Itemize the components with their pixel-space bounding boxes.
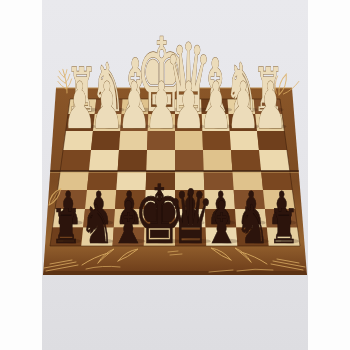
square-a4[interactable] bbox=[259, 150, 290, 171]
square-h4[interactable] bbox=[60, 150, 91, 171]
square-g4[interactable] bbox=[89, 150, 119, 171]
chessboard: ♜♞♝♚♛♝♞♜♟♟♟♟♟♟♟♟♟♟♟♟♟♟♟♟♜♞♝♚♛♝♞♜ bbox=[0, 0, 350, 350]
piece-black-knight[interactable]: ♞ bbox=[236, 193, 270, 255]
photo-frame: ♜♞♝♚♛♝♞♜♟♟♟♟♟♟♟♟♟♟♟♟♟♟♟♟♜♞♝♚♛♝♞♜ bbox=[0, 0, 350, 350]
piece-black-bishop[interactable]: ♝ bbox=[203, 189, 240, 257]
chess-pieces: ♜♞♝♚♛♝♞♜♟♟♟♟♟♟♟♟♟♟♟♟♟♟♟♟♜♞♝♚♛♝♞♜ bbox=[51, 17, 300, 263]
piece-black-rook[interactable]: ♜ bbox=[51, 198, 82, 254]
piece-black-rook[interactable]: ♜ bbox=[269, 198, 300, 254]
square-b4[interactable] bbox=[231, 150, 261, 171]
square-c4[interactable] bbox=[203, 150, 232, 171]
piece-white-pawn[interactable]: ♟ bbox=[253, 68, 287, 142]
